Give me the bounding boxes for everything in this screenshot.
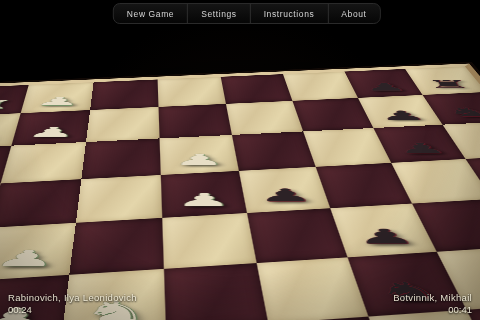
- square-c5[interactable]: [232, 131, 316, 170]
- game-scene: ♜♟♟♜♞♟♟♞♝♟♟♝♛♟♟♛♚♟♟♚♝♟♞♞♟♝♟♟♜♟♟♜: [0, 0, 480, 320]
- square-b3[interactable]: [86, 107, 160, 142]
- square-c3[interactable]: [81, 138, 160, 179]
- piece-black-knight-b8[interactable]: ♞: [443, 105, 480, 119]
- square-a4[interactable]: [158, 77, 226, 107]
- square-a2[interactable]: ♟: [21, 82, 94, 113]
- square-d2[interactable]: [0, 179, 81, 228]
- square-d4[interactable]: ♟: [161, 171, 247, 218]
- piece-black-bishop-c8[interactable]: ♝: [465, 136, 480, 153]
- piece-white-pawn-c4[interactable]: ♟: [173, 151, 226, 169]
- piece-white-pawn-d4[interactable]: ♟: [175, 189, 232, 210]
- piece-black-pawn-d5[interactable]: ♟: [258, 185, 314, 205]
- square-c4[interactable]: ♟: [160, 135, 239, 175]
- piece-black-pawn-b7[interactable]: ♟: [377, 108, 429, 123]
- piece-white-knight-b1[interactable]: ♞: [0, 127, 8, 143]
- piece-black-pawn-c7[interactable]: ♟: [395, 140, 451, 157]
- piece-black-rook-a8[interactable]: ♜: [424, 78, 473, 91]
- square-e3[interactable]: [69, 218, 164, 275]
- new-game-button[interactable]: New Game: [114, 4, 187, 23]
- piece-white-pawn-a2[interactable]: ♟: [33, 94, 84, 108]
- top-menu-bar: New Game Settings Instructions About: [113, 3, 381, 24]
- about-button[interactable]: About: [327, 4, 379, 23]
- square-b5[interactable]: [226, 101, 303, 135]
- chess-board[interactable]: ♜♟♟♜♞♟♟♞♝♟♟♝♛♟♟♛♚♟♟♚♝♟♞♞♟♝♟♟♜♟♟♜: [0, 64, 480, 320]
- square-d5[interactable]: ♟: [239, 167, 330, 213]
- square-f4[interactable]: [164, 263, 268, 320]
- piece-white-pawn-e2[interactable]: ♟: [0, 245, 62, 271]
- square-a5[interactable]: [221, 74, 293, 104]
- square-e4[interactable]: [162, 213, 256, 269]
- player-black-clock: 00:41: [393, 304, 472, 315]
- square-c2[interactable]: [1, 142, 86, 183]
- square-e2[interactable]: ♟: [0, 223, 76, 281]
- piece-white-pawn-b2[interactable]: ♟: [25, 124, 80, 140]
- player-black-plate: Botvinnik, Mikhail 00:41: [393, 292, 472, 315]
- piece-black-pawn-e6[interactable]: ♟: [354, 224, 419, 248]
- instructions-button[interactable]: Instructions: [250, 4, 328, 23]
- player-white-name: Rabinovich, Ilya Leonidovich: [8, 292, 137, 303]
- settings-button[interactable]: Settings: [187, 4, 250, 23]
- square-b4[interactable]: [159, 104, 232, 139]
- player-white-plate: Rabinovich, Ilya Leonidovich 00:24: [8, 292, 137, 315]
- piece-black-pawn-a7[interactable]: ♟: [362, 80, 410, 93]
- square-d3[interactable]: [76, 175, 162, 223]
- player-black-name: Botvinnik, Mikhail: [393, 292, 472, 303]
- piece-white-rook-a1[interactable]: ♜: [0, 97, 17, 111]
- square-b2[interactable]: ♟: [11, 110, 90, 146]
- square-a3[interactable]: [90, 79, 158, 110]
- player-white-clock: 00:24: [8, 304, 137, 315]
